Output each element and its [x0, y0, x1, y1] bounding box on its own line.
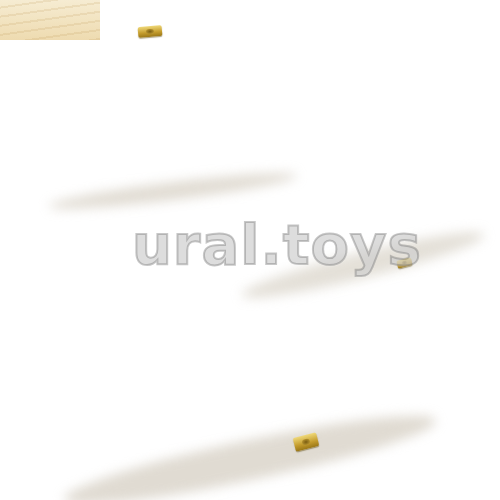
box-shadow — [48, 167, 298, 215]
box-brass-latch — [138, 25, 163, 38]
product-photo: ural.toys — [0, 0, 500, 500]
box-side-face — [0, 0, 100, 40]
chess-shadow — [60, 401, 440, 500]
checkers-shadow — [239, 222, 488, 308]
